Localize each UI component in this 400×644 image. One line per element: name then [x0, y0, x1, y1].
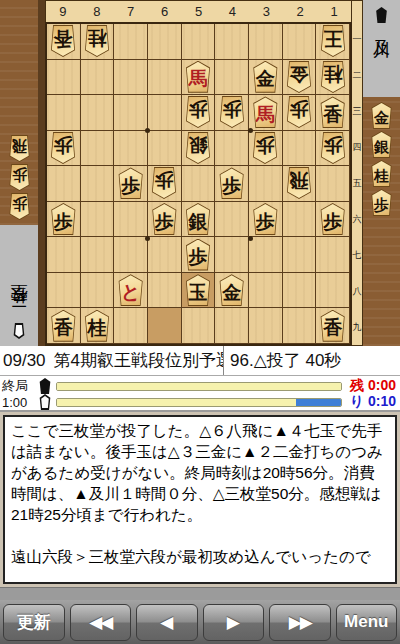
square-sente-piece: 銀	[183, 203, 213, 235]
gote-side-column: 飛歩歩 三枚堂	[0, 0, 38, 346]
piece-kanji: 歩	[222, 176, 241, 195]
square-3八	[249, 273, 283, 309]
piece-kanji: 飛	[12, 139, 27, 154]
gote-timer-label: 1:00	[2, 395, 34, 410]
square-3九	[249, 308, 283, 344]
square-7八: と	[114, 273, 148, 309]
piece-body: 香	[49, 26, 77, 56]
piece-body: 銀	[370, 132, 393, 157]
piece-body: 歩	[251, 204, 279, 234]
square-gote-piece: 桂	[82, 25, 112, 57]
piece-body: 馬	[251, 97, 279, 127]
piece-kanji: 馬	[188, 69, 207, 88]
board-block: 987654321 香桂王馬金金桂歩歩馬歩香歩銀歩歩歩歩歩飛歩歩銀歩歩歩と玉金香…	[45, 0, 352, 346]
square-2四	[283, 131, 317, 167]
commentary-paragraph-1: ここで三枚堂が投了した。△６八飛に▲４七玉で先手は詰まない。後手玉は△３三金に▲…	[11, 420, 389, 525]
sente-player-panel: 及川	[363, 0, 400, 97]
piece-body: 歩	[319, 204, 347, 234]
rank-label-六: 六	[352, 201, 362, 237]
square-sente-piece: 歩	[318, 203, 348, 235]
piece-body: と	[117, 275, 145, 305]
gote-time-bar	[56, 398, 342, 407]
square-4九	[215, 308, 249, 344]
hand-gote-piece: 歩	[7, 193, 32, 220]
gote-captured-tray: 飛歩歩	[0, 0, 38, 225]
square-4六	[215, 202, 249, 238]
piece-body: 歩	[150, 204, 178, 234]
square-4三: 歩	[215, 95, 249, 131]
rank-label-七: 七	[352, 237, 362, 273]
file-labels: 987654321	[45, 0, 352, 22]
last-button[interactable]: ▶▶	[269, 604, 331, 641]
piece-body: 桂	[83, 311, 111, 341]
piece-kanji: 歩	[121, 176, 140, 195]
piece-body: 桂	[83, 26, 111, 56]
status-bar: 09/30 第4期叡王戦段位別予選 96.△投了 40秒	[0, 346, 400, 376]
piece-kanji: 香	[54, 30, 73, 49]
rank-label-四: 四	[352, 130, 362, 166]
sente-piece-icon	[375, 7, 389, 23]
square-4一	[215, 24, 249, 60]
menu-button[interactable]: Menu	[336, 604, 398, 641]
piece-kanji: 桂	[374, 168, 389, 183]
piece-body: 馬	[184, 62, 212, 92]
piece-body: 王	[319, 26, 347, 56]
file-label-5: 5	[182, 1, 216, 22]
shogi-board: 香桂王馬金金桂歩歩馬歩香歩銀歩歩歩歩歩飛歩歩銀歩歩歩と玉金香桂香	[45, 22, 352, 346]
square-9六: 歩	[47, 202, 81, 238]
piece-kanji: 歩	[256, 212, 275, 231]
file-label-1: 1	[317, 1, 351, 22]
piece-body: 歩	[184, 97, 212, 127]
square-gote-piece: 桂	[318, 61, 348, 93]
piece-body: 歩	[150, 168, 178, 198]
square-3二: 金	[249, 60, 283, 96]
square-2一	[283, 24, 317, 60]
square-2八	[283, 273, 317, 309]
square-gote-piece: 飛	[284, 167, 314, 199]
piece-body: 歩	[285, 97, 313, 127]
sente-timer-row: 終局 残 0:00	[0, 378, 400, 394]
square-6三	[148, 95, 182, 131]
piece-kanji: 歩	[188, 101, 207, 120]
hand-gote-piece: 飛	[7, 135, 32, 162]
square-9九: 香	[47, 308, 81, 344]
square-8二	[81, 60, 115, 96]
square-gote-piece: 歩	[48, 132, 78, 164]
square-1九: 香	[316, 308, 350, 344]
square-4二	[215, 60, 249, 96]
file-label-7: 7	[114, 1, 148, 22]
square-7七	[114, 237, 148, 273]
hand-sente-piece: 桂	[369, 160, 394, 187]
square-sente-piece: 香	[48, 310, 78, 342]
square-4五: 歩	[215, 166, 249, 202]
piece-kanji: 歩	[155, 212, 174, 231]
square-1七	[316, 237, 350, 273]
square-sente-piece: 歩	[217, 167, 247, 199]
piece-kanji: 銀	[188, 212, 207, 231]
square-7三	[114, 95, 148, 131]
gote-player-name: 三枚堂	[8, 314, 31, 320]
piece-body: 歩	[117, 168, 145, 198]
square-6八	[148, 273, 182, 309]
piece-body: 金	[251, 62, 279, 92]
square-gote-piece: 歩	[217, 96, 247, 128]
square-8六	[81, 202, 115, 238]
piece-body: 歩	[49, 204, 77, 234]
square-6六: 歩	[148, 202, 182, 238]
square-7四	[114, 131, 148, 167]
square-sente-piece: 歩	[116, 167, 146, 199]
piece-body: 銀	[184, 204, 212, 234]
file-label-8: 8	[80, 1, 114, 22]
square-9四: 歩	[47, 131, 81, 167]
square-5六: 銀	[182, 202, 216, 238]
piece-body: 金	[370, 103, 393, 128]
square-2二: 金	[283, 60, 317, 96]
piece-body: 桂	[319, 62, 347, 92]
piece-body: 桂	[370, 161, 393, 186]
file-label-9: 9	[46, 1, 80, 22]
square-5三: 歩	[182, 95, 216, 131]
piece-body: 金	[218, 275, 246, 305]
piece-body: 香	[319, 97, 347, 127]
square-8七	[81, 237, 115, 273]
piece-kanji: 歩	[323, 212, 342, 231]
square-8一: 桂	[81, 24, 115, 60]
square-gote-piece: 歩	[284, 96, 314, 128]
piece-kanji: 歩	[54, 212, 73, 231]
event-title: 第4期叡王戦段位別予選	[54, 349, 224, 372]
star-point	[248, 128, 253, 133]
gote-piece-icon	[12, 323, 26, 339]
board-grid-wrap: 香桂王馬金金桂歩歩馬歩香歩銀歩歩歩歩歩飛歩歩銀歩歩歩と玉金香桂香	[45, 22, 352, 346]
square-sente-piece: 歩	[183, 239, 213, 271]
square-sente-piece: 桂	[82, 310, 112, 342]
square-4四	[215, 131, 249, 167]
piece-kanji: 馬	[256, 105, 275, 124]
square-5五	[182, 166, 216, 202]
piece-kanji: 歩	[374, 197, 389, 212]
piece-kanji: 歩	[188, 247, 207, 266]
piece-kanji: と	[121, 283, 140, 302]
square-sente-piece: 馬	[250, 96, 280, 128]
bottom-spacer	[0, 587, 400, 600]
rank-label-一: 一	[352, 22, 362, 58]
square-sente-piece: 歩	[48, 203, 78, 235]
rank-label-二: 二	[352, 58, 362, 94]
square-6七	[148, 237, 182, 273]
square-gote-piece: 歩	[318, 132, 348, 164]
piece-kanji: 歩	[12, 197, 27, 212]
square-sente-piece: 金	[250, 61, 280, 93]
square-gote-piece: 金	[284, 61, 314, 93]
piece-body: 歩	[218, 168, 246, 198]
square-3六: 歩	[249, 202, 283, 238]
piece-kanji: 歩	[256, 136, 275, 155]
sente-captured-tray: 金銀桂歩	[363, 97, 400, 346]
square-5四: 銀	[182, 131, 216, 167]
star-point	[248, 236, 253, 241]
rank-label-三: 三	[352, 94, 362, 130]
piece-kanji: 香	[323, 318, 342, 337]
status-left: 09/30 第4期叡王戦段位別予選	[0, 346, 224, 375]
piece-kanji: 歩	[155, 172, 174, 191]
rank-label-八: 八	[352, 273, 362, 309]
square-gote-piece: 歩	[250, 132, 280, 164]
square-3四: 歩	[249, 131, 283, 167]
piece-body: 歩	[184, 240, 212, 270]
square-sente-piece: と	[116, 274, 146, 306]
square-sente-piece: 歩	[250, 203, 280, 235]
piece-kanji: 香	[54, 318, 73, 337]
rank-strip-pad	[352, 1, 362, 22]
hand-sente-piece: 歩	[369, 189, 394, 216]
square-5九	[182, 308, 216, 344]
square-1六: 歩	[316, 202, 350, 238]
piece-body: 歩	[8, 194, 31, 219]
piece-kanji: 銀	[374, 139, 389, 154]
sente-time-bar-fill	[57, 383, 341, 390]
commentary-frame: ここで三枚堂が投了した。△６八飛に▲４七玉で先手は詰まない。後手玉は△３三金に▲…	[0, 412, 400, 587]
square-sente-piece: 香	[318, 310, 348, 342]
square-5二: 馬	[182, 60, 216, 96]
piece-body: 歩	[370, 190, 393, 215]
square-9三	[47, 95, 81, 131]
square-5一	[182, 24, 216, 60]
square-3七	[249, 237, 283, 273]
square-7九	[114, 308, 148, 344]
square-sente-piece: 金	[217, 274, 247, 306]
square-7一	[114, 24, 148, 60]
square-5八: 玉	[182, 273, 216, 309]
square-sente-piece: 玉	[183, 274, 213, 306]
timer-panel: 終局 残 0:00 1:00 り 0:10	[0, 376, 400, 412]
square-2七	[283, 237, 317, 273]
square-4八: 金	[215, 273, 249, 309]
square-9二	[47, 60, 81, 96]
piece-body: 銀	[184, 133, 212, 163]
piece-kanji: 金	[256, 69, 275, 88]
piece-body: 香	[49, 311, 77, 341]
gote-time-remaining: り 0:10	[346, 393, 398, 411]
rank-labels: 一二三四五六七八九	[352, 0, 363, 346]
gote-time-bar-byoyomi	[296, 399, 341, 406]
commentary-text[interactable]: ここで三枚堂が投了した。△６八飛に▲４七玉で先手は詰まない。後手玉は△３三金に▲…	[3, 415, 397, 584]
hand-sente-piece: 銀	[369, 131, 394, 158]
first-button[interactable]: ◀◀	[70, 604, 132, 641]
square-6九	[148, 308, 182, 344]
square-2五: 飛	[283, 166, 317, 202]
square-8五	[81, 166, 115, 202]
status-right: 96.△投了 40秒	[224, 349, 341, 372]
file-label-4: 4	[215, 1, 249, 22]
square-1二: 桂	[316, 60, 350, 96]
square-3一	[249, 24, 283, 60]
board-area: 飛歩歩 三枚堂 987654321 香桂王馬金金桂歩歩馬歩香歩銀歩歩歩歩歩飛歩歩…	[0, 0, 400, 346]
piece-body: 飛	[8, 136, 31, 161]
sente-piece-icon	[38, 378, 52, 394]
square-1三: 香	[316, 95, 350, 131]
square-gote-piece: 銀	[183, 132, 213, 164]
piece-body: 歩	[251, 133, 279, 163]
piece-kanji: 金	[222, 283, 241, 302]
square-1一: 王	[316, 24, 350, 60]
piece-kanji: 桂	[323, 65, 342, 84]
piece-kanji: 歩	[54, 136, 73, 155]
file-label-3: 3	[249, 1, 283, 22]
square-9一: 香	[47, 24, 81, 60]
square-7六	[114, 202, 148, 238]
square-8九: 桂	[81, 308, 115, 344]
sente-time-bar	[56, 382, 342, 391]
square-6二	[148, 60, 182, 96]
sente-side-column: 及川 金銀桂歩	[363, 0, 400, 346]
file-label-2: 2	[283, 1, 317, 22]
square-gote-piece: 歩	[183, 96, 213, 128]
sente-player-name: 及川	[370, 26, 393, 30]
square-4七	[215, 237, 249, 273]
piece-body: 玉	[184, 275, 212, 305]
piece-kanji: 歩	[12, 168, 27, 183]
gote-timer-row: 1:00 り 0:10	[0, 394, 400, 410]
move-info: 96.△投了 40秒	[230, 351, 341, 370]
piece-body: 歩	[8, 165, 31, 190]
prev-button[interactable]: ◀	[136, 604, 198, 641]
piece-kanji: 歩	[323, 136, 342, 155]
square-1五	[316, 166, 350, 202]
square-2九	[283, 308, 317, 344]
square-1八	[316, 273, 350, 309]
bottom-toolbar: 更新◀◀◀▶▶▶Menu	[0, 600, 400, 644]
square-9七	[47, 237, 81, 273]
game-date: 09/30	[3, 351, 46, 371]
piece-kanji: 金	[289, 65, 308, 84]
gote-piece-icon	[38, 394, 52, 410]
square-3五	[249, 166, 283, 202]
square-2三: 歩	[283, 95, 317, 131]
square-sente-piece: 香	[318, 96, 348, 128]
piece-kanji: 桂	[87, 30, 106, 49]
square-gote-piece: 王	[318, 25, 348, 57]
square-3三: 馬	[249, 95, 283, 131]
piece-kanji: 歩	[289, 101, 308, 120]
square-6一	[148, 24, 182, 60]
piece-kanji: 歩	[222, 101, 241, 120]
piece-body: 香	[319, 311, 347, 341]
square-1四: 歩	[316, 131, 350, 167]
piece-kanji: 玉	[188, 283, 207, 302]
square-sente-piece: 馬	[183, 61, 213, 93]
square-8四	[81, 131, 115, 167]
gote-player-panel: 三枚堂	[0, 225, 38, 346]
piece-kanji: 飛	[289, 172, 308, 191]
square-gote-piece: 歩	[149, 167, 179, 199]
refresh-button[interactable]: 更新	[3, 604, 65, 641]
next-button[interactable]: ▶	[203, 604, 265, 641]
piece-body: 金	[285, 62, 313, 92]
hand-sente-piece: 金	[369, 102, 394, 129]
square-sente-piece: 歩	[149, 203, 179, 235]
piece-body: 飛	[285, 168, 313, 198]
piece-kanji: 桂	[87, 318, 106, 337]
piece-body: 歩	[319, 133, 347, 163]
square-8三	[81, 95, 115, 131]
sente-timer-label: 終局	[2, 377, 34, 395]
gote-time-bar-fill	[57, 399, 296, 406]
square-2六	[283, 202, 317, 238]
piece-kanji: 王	[323, 30, 342, 49]
piece-body: 歩	[49, 133, 77, 163]
square-9五	[47, 166, 81, 202]
square-7五: 歩	[114, 166, 148, 202]
piece-kanji: 銀	[188, 136, 207, 155]
square-5七: 歩	[182, 237, 216, 273]
hand-gote-piece: 歩	[7, 164, 32, 191]
shogi-live-app: 飛歩歩 三枚堂 987654321 香桂王馬金金桂歩歩馬歩香歩銀歩歩歩歩歩飛歩歩…	[0, 0, 400, 644]
piece-kanji: 香	[323, 105, 342, 124]
commentary-paragraph-2: 遠山六段＞三枚堂六段が最初攻め込んでいったので	[11, 546, 389, 567]
square-7二	[114, 60, 148, 96]
rank-label-五: 五	[352, 166, 362, 202]
piece-body: 歩	[218, 97, 246, 127]
square-8八	[81, 273, 115, 309]
square-gote-piece: 香	[48, 25, 78, 57]
file-label-6: 6	[148, 1, 182, 22]
piece-kanji: 金	[374, 110, 389, 125]
square-6五: 歩	[148, 166, 182, 202]
rank-label-九: 九	[352, 309, 362, 345]
square-9八	[47, 273, 81, 309]
square-6四	[148, 131, 182, 167]
